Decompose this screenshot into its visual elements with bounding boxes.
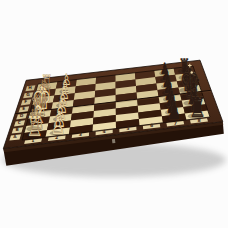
piece-black-pawn-a7: ♟ xyxy=(166,97,182,125)
piece-white-pawn-a2: ♙ xyxy=(50,111,66,139)
svg-text:♟: ♟ xyxy=(167,97,182,125)
piece-white-rook-a1: ♖ xyxy=(25,111,43,143)
black-queen-finial xyxy=(191,71,193,73)
file-label: C xyxy=(18,120,21,125)
svg-text:♜: ♜ xyxy=(189,91,207,123)
clasp xyxy=(112,139,115,143)
chess-set-product-photo: H1G2F3E4D5C6B7A8♖♙♟♜♘♙♟♞♗♙♟♝♔♙♟♚♕♙♟♛♗♙♟♝… xyxy=(0,0,228,228)
svg-text:♙: ♙ xyxy=(50,111,65,139)
piece-black-rook-a8: ♜ xyxy=(188,91,206,123)
rank-label: 6 xyxy=(150,123,153,128)
file-label: E xyxy=(22,106,25,111)
chessboard: H1G2F3E4D5C6B7A8♖♙♟♜♘♙♟♞♗♙♟♝♔♙♟♚♕♙♟♛♗♙♟♝… xyxy=(0,0,228,228)
file-label: B xyxy=(15,127,18,132)
rank-label: 3 xyxy=(79,132,82,137)
rank-label: 4 xyxy=(103,129,106,134)
rank-label: 5 xyxy=(126,126,129,131)
svg-text:♖: ♖ xyxy=(26,111,44,143)
